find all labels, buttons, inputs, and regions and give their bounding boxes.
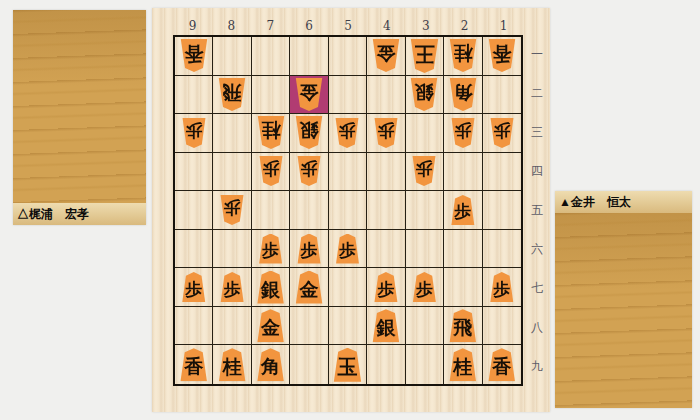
square-3-4[interactable]: 歩 [406, 153, 444, 192]
piece-銀-gote[interactable]: 銀 [409, 78, 439, 111]
piece-歩-sente[interactable]: 歩 [181, 272, 207, 302]
square-1-1[interactable]: 香 [483, 37, 521, 76]
square-7-3[interactable]: 桂 [252, 114, 290, 153]
file-label-5: 5 [329, 19, 368, 35]
square-8-9[interactable]: 桂 [213, 345, 251, 384]
piece-角-gote[interactable]: 角 [448, 78, 478, 111]
square-2-3[interactable]: 歩 [444, 114, 482, 153]
piece-香-gote[interactable]: 香 [487, 39, 517, 72]
square-1-3[interactable]: 歩 [483, 114, 521, 153]
board-panel: 987654321 一二三四五六七八九 香金王桂香飛金銀角歩桂銀歩歩歩歩歩歩歩歩… [152, 8, 550, 412]
piece-香-sente[interactable]: 香 [487, 348, 517, 381]
file-label-3: 3 [406, 19, 445, 35]
square-4-1[interactable]: 金 [367, 37, 405, 76]
square-6-2[interactable]: 金 [290, 76, 328, 115]
square-6-4[interactable]: 歩 [290, 153, 328, 192]
square-3-2[interactable]: 銀 [406, 76, 444, 115]
piece-歩-gote[interactable]: 歩 [411, 156, 437, 186]
square-9-8[interactable] [175, 307, 213, 346]
piece-桂-sente[interactable]: 桂 [448, 348, 478, 381]
square-1-7[interactable]: 歩 [483, 268, 521, 307]
square-9-3[interactable]: 歩 [175, 114, 213, 153]
square-7-2[interactable] [252, 76, 290, 115]
square-8-6[interactable] [213, 230, 251, 269]
file-label-8: 8 [212, 19, 251, 35]
rank-label-6: 六 [525, 230, 549, 269]
sente-stand-wood [555, 213, 692, 408]
square-5-7[interactable] [329, 268, 367, 307]
square-8-3[interactable] [213, 114, 251, 153]
square-4-4[interactable] [367, 153, 405, 192]
square-3-7[interactable]: 歩 [406, 268, 444, 307]
square-3-8[interactable] [406, 307, 444, 346]
square-7-7[interactable]: 銀 [252, 268, 290, 307]
square-7-8[interactable]: 金 [252, 307, 290, 346]
square-1-8[interactable] [483, 307, 521, 346]
piece-桂-sente[interactable]: 桂 [217, 348, 247, 381]
square-1-6[interactable] [483, 230, 521, 269]
piece-桂-gote[interactable]: 桂 [448, 39, 478, 72]
piece-歩-gote[interactable]: 歩 [450, 118, 476, 148]
square-3-6[interactable] [406, 230, 444, 269]
piece-香-gote[interactable]: 香 [179, 39, 209, 72]
piece-歩-sente[interactable]: 歩 [334, 234, 360, 264]
square-5-8[interactable] [329, 307, 367, 346]
square-4-2[interactable] [367, 76, 405, 115]
square-5-5[interactable] [329, 191, 367, 230]
square-6-1[interactable] [290, 37, 328, 76]
square-2-6[interactable] [444, 230, 482, 269]
piece-角-sente[interactable]: 角 [256, 348, 286, 381]
file-label-2: 2 [445, 19, 484, 35]
piece-玉-sente[interactable]: 玉 [332, 348, 363, 382]
piece-歩-sente[interactable]: 歩 [258, 234, 284, 264]
piece-歩-gote[interactable]: 歩 [296, 156, 322, 186]
square-7-9[interactable]: 角 [252, 345, 290, 384]
square-2-5[interactable]: 歩 [444, 191, 482, 230]
piece-銀-gote[interactable]: 銀 [294, 116, 324, 149]
square-4-6[interactable] [367, 230, 405, 269]
square-6-9[interactable] [290, 345, 328, 384]
square-7-1[interactable] [252, 37, 290, 76]
square-9-9[interactable]: 香 [175, 345, 213, 384]
square-4-3[interactable]: 歩 [367, 114, 405, 153]
file-label-9: 9 [173, 19, 212, 35]
square-2-7[interactable] [444, 268, 482, 307]
square-6-8[interactable] [290, 307, 328, 346]
screen: △梶浦 宏孝 ▲金井 恒太 987654321 一二三四五六七八九 香金王桂香飛… [0, 0, 700, 420]
square-2-4[interactable] [444, 153, 482, 192]
square-5-3[interactable]: 歩 [329, 114, 367, 153]
gote-piece-stand: △梶浦 宏孝 [13, 10, 146, 225]
rank-label-9: 九 [525, 347, 549, 386]
piece-歩-sente[interactable]: 歩 [373, 272, 399, 302]
square-7-6[interactable]: 歩 [252, 230, 290, 269]
piece-香-sente[interactable]: 香 [179, 348, 209, 381]
board-grid: 香金王桂香飛金銀角歩桂銀歩歩歩歩歩歩歩歩歩歩歩歩歩歩銀金歩歩歩金銀飛香桂角玉桂香 [173, 35, 523, 386]
square-5-9[interactable]: 玉 [329, 345, 367, 384]
piece-銀-sente[interactable]: 銀 [256, 271, 286, 304]
piece-歩-sente[interactable]: 歩 [489, 272, 515, 302]
square-4-9[interactable] [367, 345, 405, 384]
square-2-8[interactable]: 飛 [444, 307, 482, 346]
piece-歩-gote[interactable]: 歩 [489, 118, 515, 148]
sente-piece-stand: ▲金井 恒太 [555, 191, 692, 408]
file-label-6: 6 [290, 19, 329, 35]
square-8-5[interactable]: 歩 [213, 191, 251, 230]
square-2-9[interactable]: 桂 [444, 345, 482, 384]
square-5-4[interactable] [329, 153, 367, 192]
square-9-4[interactable] [175, 153, 213, 192]
piece-桂-gote[interactable]: 桂 [256, 116, 286, 149]
square-9-2[interactable] [175, 76, 213, 115]
gote-player-label: △梶浦 宏孝 [13, 203, 146, 225]
piece-飛-sente[interactable]: 飛 [448, 309, 478, 342]
square-5-6[interactable]: 歩 [329, 230, 367, 269]
square-6-7[interactable]: 金 [290, 268, 328, 307]
piece-歩-gote[interactable]: 歩 [334, 118, 360, 148]
square-1-4[interactable] [483, 153, 521, 192]
rank-label-8: 八 [525, 308, 549, 347]
square-9-5[interactable] [175, 191, 213, 230]
square-3-1[interactable]: 王 [406, 37, 444, 76]
square-6-3[interactable]: 銀 [290, 114, 328, 153]
square-2-1[interactable]: 桂 [444, 37, 482, 76]
square-8-7[interactable]: 歩 [213, 268, 251, 307]
rank-label-5: 五 [525, 191, 549, 230]
piece-金-sente[interactable]: 金 [294, 271, 324, 304]
file-label-4: 4 [367, 19, 406, 35]
square-8-1[interactable] [213, 37, 251, 76]
rank-labels: 一二三四五六七八九 [525, 35, 549, 386]
square-7-5[interactable] [252, 191, 290, 230]
square-7-4[interactable]: 歩 [252, 153, 290, 192]
square-8-8[interactable] [213, 307, 251, 346]
square-4-7[interactable]: 歩 [367, 268, 405, 307]
rank-label-1: 一 [525, 35, 549, 74]
square-9-6[interactable] [175, 230, 213, 269]
piece-歩-gote[interactable]: 歩 [181, 118, 207, 148]
square-9-1[interactable]: 香 [175, 37, 213, 76]
file-label-7: 7 [251, 19, 290, 35]
square-3-9[interactable] [406, 345, 444, 384]
rank-label-2: 二 [525, 74, 549, 113]
rank-label-4: 四 [525, 152, 549, 191]
square-3-5[interactable] [406, 191, 444, 230]
square-5-2[interactable] [329, 76, 367, 115]
square-2-2[interactable]: 角 [444, 76, 482, 115]
square-3-3[interactable] [406, 114, 444, 153]
piece-歩-gote[interactable]: 歩 [373, 118, 399, 148]
piece-金-gote[interactable]: 金 [371, 39, 401, 72]
piece-銀-sente[interactable]: 銀 [371, 309, 401, 342]
gote-stand-wood [13, 10, 146, 203]
square-6-5[interactable] [290, 191, 328, 230]
piece-歩-sente[interactable]: 歩 [411, 272, 437, 302]
square-8-4[interactable] [213, 153, 251, 192]
piece-歩-sente[interactable]: 歩 [296, 234, 322, 264]
square-1-9[interactable]: 香 [483, 345, 521, 384]
square-4-8[interactable]: 銀 [367, 307, 405, 346]
rank-label-7: 七 [525, 269, 549, 308]
square-1-5[interactable] [483, 191, 521, 230]
piece-王-gote[interactable]: 王 [409, 39, 440, 73]
square-4-5[interactable] [367, 191, 405, 230]
square-9-7[interactable]: 歩 [175, 268, 213, 307]
piece-歩-gote[interactable]: 歩 [258, 156, 284, 186]
piece-飛-gote[interactable]: 飛 [217, 78, 247, 111]
square-8-2[interactable]: 飛 [213, 76, 251, 115]
piece-歩-sente[interactable]: 歩 [219, 272, 245, 302]
square-1-2[interactable] [483, 76, 521, 115]
file-labels: 987654321 [173, 19, 523, 35]
file-label-1: 1 [484, 19, 523, 35]
sente-player-label: ▲金井 恒太 [555, 191, 692, 213]
piece-金-gote[interactable]: 金 [294, 78, 324, 111]
piece-金-sente[interactable]: 金 [256, 309, 286, 342]
square-5-1[interactable] [329, 37, 367, 76]
rank-label-3: 三 [525, 113, 549, 152]
square-6-6[interactable]: 歩 [290, 230, 328, 269]
piece-歩-gote[interactable]: 歩 [219, 195, 245, 225]
piece-歩-sente[interactable]: 歩 [450, 195, 476, 225]
